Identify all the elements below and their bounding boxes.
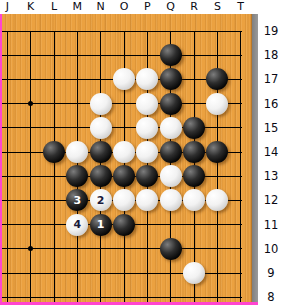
grid-vline-T [240,31,241,302]
col-label-Q: Q [162,0,180,13]
col-label-O: O [115,0,133,13]
row-labels: 1918171615141312111098 [258,0,284,305]
row-label-16: 16 [258,97,284,111]
grid-hline-19 [0,31,242,32]
move-number-label: 1 [97,219,105,230]
stone-black-Q14 [160,141,182,163]
grid-vline-K [30,31,31,302]
board-edge-shadow [252,14,258,302]
grid-vline-L [54,31,55,302]
grid-hline-9 [0,273,242,274]
row-label-19: 19 [258,24,284,38]
grid-vline-J [7,31,8,302]
col-label-N: N [92,0,110,13]
col-label-T: T [232,0,250,13]
grid-hline-10 [0,248,242,249]
row-label-14: 14 [258,145,284,159]
stone-white-R9 [183,262,205,284]
stone-white-O14 [113,141,135,163]
stone-black-Q17 [160,68,182,90]
col-label-J: J [0,0,16,13]
col-label-K: K [22,0,40,13]
stone-white-Q12 [160,189,182,211]
stone-white-P15 [136,117,158,139]
col-label-L: L [45,0,63,13]
row-label-15: 15 [258,121,284,135]
go-app-screenshot: 3124JKLMNOPQRST 1918171615141312111098 [0,0,284,305]
move-number-label: 3 [73,195,81,206]
stone-black-N14 [90,141,112,163]
stone-white-N15 [90,117,112,139]
stone-white-Q15 [160,117,182,139]
grid-hline-18 [0,55,242,56]
stone-white-P16 [136,93,158,115]
row-label-12: 12 [258,193,284,207]
stone-black-R15 [183,117,205,139]
row-label-18: 18 [258,48,284,62]
col-label-S: S [208,0,226,13]
stone-black-Q16 [160,93,182,115]
stone-black-Q18 [160,44,182,66]
row-label-10: 10 [258,242,284,256]
stone-black-O11 [113,214,135,236]
stone-white-N16 [90,93,112,115]
move-number-label: 4 [73,219,81,230]
row-label-13: 13 [258,169,284,183]
col-label-M: M [68,0,86,13]
row-label-11: 11 [258,218,284,232]
stone-white-M11: 4 [66,214,88,236]
column-labels: JKLMNOPQRST [0,0,284,14]
stone-black-Q10 [160,238,182,260]
stone-white-S16 [206,93,228,115]
grid-hline-8 [0,297,242,298]
grid-hline-15 [0,127,242,128]
col-label-P: P [138,0,156,13]
row-label-9: 9 [258,266,284,280]
stone-white-N12: 2 [90,189,112,211]
stone-black-R14 [183,141,205,163]
move-number-label: 2 [97,195,105,206]
row-label-8: 8 [258,290,284,304]
col-label-R: R [185,0,203,13]
stone-black-N13 [90,165,112,187]
row-label-17: 17 [258,72,284,86]
stone-white-Q13 [160,165,182,187]
stone-black-N11: 1 [90,214,112,236]
highlight-border-left [0,14,2,305]
stone-black-L14 [43,141,65,163]
